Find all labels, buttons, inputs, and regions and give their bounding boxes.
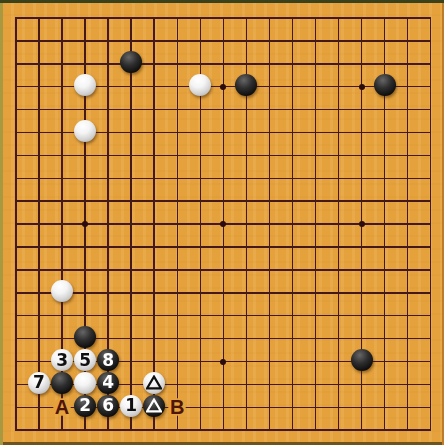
move-number: 5 bbox=[79, 351, 91, 368]
move-number: 8 bbox=[102, 351, 114, 368]
move-number: 6 bbox=[102, 397, 114, 414]
white-stone[interactable] bbox=[74, 372, 96, 394]
grid-line-vertical bbox=[430, 17, 432, 431]
grid-line-vertical bbox=[269, 17, 271, 431]
white-stone[interactable]: 5 bbox=[74, 349, 96, 371]
white-stone[interactable] bbox=[143, 372, 165, 394]
white-stone[interactable]: 7 bbox=[28, 372, 50, 394]
grid-line-vertical bbox=[315, 17, 317, 431]
star-point bbox=[220, 221, 226, 227]
move-number: 4 bbox=[102, 374, 114, 391]
point-label-b[interactable]: B bbox=[164, 395, 190, 419]
black-stone[interactable] bbox=[235, 74, 257, 96]
grid-line-horizontal bbox=[15, 429, 431, 431]
grid-line-vertical bbox=[292, 17, 294, 431]
black-stone[interactable] bbox=[51, 372, 73, 394]
move-number: 1 bbox=[125, 397, 137, 414]
black-stone[interactable] bbox=[143, 395, 165, 417]
move-number: 2 bbox=[79, 397, 91, 414]
grid-line-horizontal bbox=[15, 292, 431, 294]
triangle-mark bbox=[146, 398, 162, 413]
black-stone[interactable]: 2 bbox=[74, 395, 96, 417]
white-stone[interactable] bbox=[189, 74, 211, 96]
star-point bbox=[220, 84, 226, 90]
grid-line-horizontal bbox=[15, 269, 431, 271]
move-number: 7 bbox=[33, 374, 45, 391]
white-stone[interactable] bbox=[51, 280, 73, 302]
star-point bbox=[359, 221, 365, 227]
white-stone[interactable]: 1 bbox=[120, 395, 142, 417]
grid-line-vertical bbox=[407, 17, 409, 431]
triangle-mark bbox=[146, 375, 162, 390]
grid-line-horizontal bbox=[15, 246, 431, 248]
move-number: 3 bbox=[56, 351, 68, 368]
black-stone[interactable] bbox=[74, 326, 96, 348]
grid-line-vertical bbox=[338, 17, 340, 431]
black-stone[interactable]: 4 bbox=[97, 372, 119, 394]
black-stone[interactable] bbox=[120, 51, 142, 73]
black-stone[interactable]: 6 bbox=[97, 395, 119, 417]
white-stone[interactable] bbox=[74, 74, 96, 96]
star-point bbox=[220, 359, 226, 365]
star-point bbox=[359, 84, 365, 90]
black-stone[interactable] bbox=[351, 349, 373, 371]
point-label-a[interactable]: A bbox=[49, 395, 75, 419]
white-stone[interactable] bbox=[74, 120, 96, 142]
black-stone[interactable] bbox=[374, 74, 396, 96]
grid-line-horizontal bbox=[15, 315, 431, 317]
black-stone[interactable]: 8 bbox=[97, 349, 119, 371]
star-point bbox=[82, 221, 88, 227]
go-board[interactable]: 35874261AB bbox=[0, 0, 444, 445]
white-stone[interactable]: 3 bbox=[51, 349, 73, 371]
